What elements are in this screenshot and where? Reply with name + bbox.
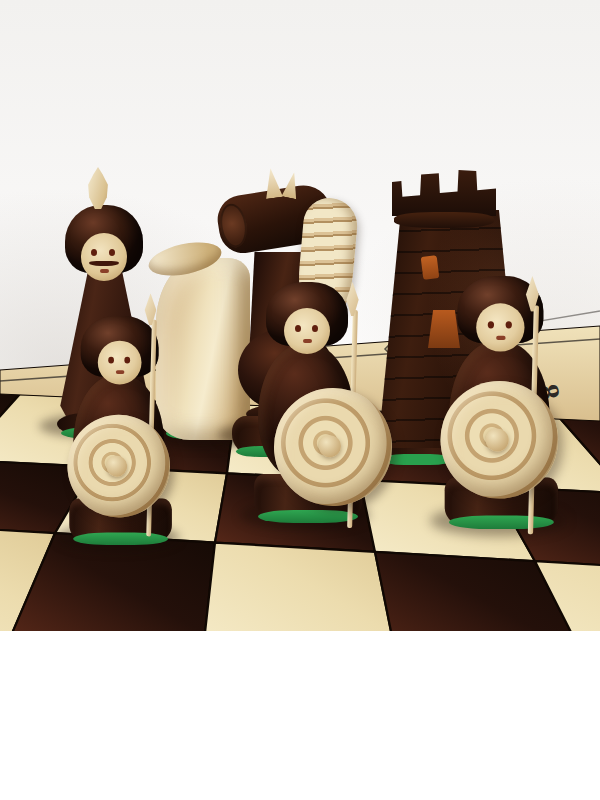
board-square [203,543,397,631]
pawn-face [476,303,524,351]
pawn-face [98,341,142,385]
king-finial-icon [85,167,111,209]
king-eye [109,249,115,256]
pawn-felt-base [449,515,554,529]
pawn-mouth [116,370,125,374]
pawn-eye [108,357,114,364]
pawn-eye [124,357,130,364]
pawn-eye [312,325,318,332]
black-pawn-middle[interactable] [240,282,380,542]
black-pawn-left[interactable] [56,316,189,563]
king-eye [91,249,97,256]
product-photo: 8 [0,0,600,800]
pawn-eye [506,321,512,328]
rook-crenellation [392,170,496,216]
pawn-face [284,308,330,354]
pawn-eye [295,325,301,332]
shield-boss [106,455,129,478]
shield-boss [484,427,509,452]
rook-collar [394,212,494,228]
black-pawn-right[interactable] [430,276,577,549]
king-mustache [89,261,119,266]
pawn-eye [488,321,494,328]
pawn-felt-base [258,510,358,523]
pawn-felt-base [73,533,168,545]
king-mouth [100,269,109,273]
pawn-mouth [303,339,312,343]
shield-boss [318,435,342,459]
king-face [81,233,127,281]
knight-muzzle-endgrain [217,202,250,250]
pawn-mouth [496,336,505,340]
